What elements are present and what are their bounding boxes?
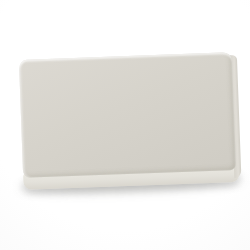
silicone-brick-mold — [19, 52, 236, 178]
product-photo-background — [0, 0, 250, 250]
mold-top-surface — [19, 52, 236, 178]
